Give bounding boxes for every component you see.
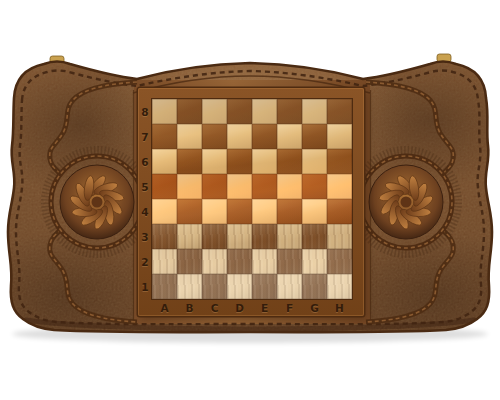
square-a5[interactable] (152, 174, 177, 199)
square-d6[interactable] (227, 149, 252, 174)
chessboard (152, 99, 352, 299)
square-g5[interactable] (302, 174, 327, 199)
file-label-b: B (177, 299, 202, 316)
square-d7[interactable] (227, 124, 252, 149)
square-a7[interactable] (152, 124, 177, 149)
square-a2[interactable] (152, 249, 177, 274)
square-c5[interactable] (202, 174, 227, 199)
square-e2[interactable] (252, 249, 277, 274)
square-a3[interactable] (152, 224, 177, 249)
file-label-d: D (227, 299, 252, 316)
square-f2[interactable] (277, 249, 302, 274)
rank-label-5: 5 (138, 174, 152, 199)
square-e4[interactable] (252, 199, 277, 224)
chessboard-frame: 87654321 ABCDEFGH (138, 88, 364, 316)
square-h4[interactable] (327, 199, 352, 224)
square-e6[interactable] (252, 149, 277, 174)
square-d5[interactable] (227, 174, 252, 199)
square-g4[interactable] (302, 199, 327, 224)
square-f8[interactable] (277, 99, 302, 124)
square-f1[interactable] (277, 274, 302, 299)
product-photo: 87654321 ABCDEFGH (0, 0, 500, 400)
square-h2[interactable] (327, 249, 352, 274)
square-f5[interactable] (277, 174, 302, 199)
square-c8[interactable] (202, 99, 227, 124)
square-h1[interactable] (327, 274, 352, 299)
square-g7[interactable] (302, 124, 327, 149)
square-c1[interactable] (202, 274, 227, 299)
rank-label-6: 6 (138, 149, 152, 174)
file-labels: ABCDEFGH (152, 299, 352, 316)
square-b3[interactable] (177, 224, 202, 249)
square-f4[interactable] (277, 199, 302, 224)
square-c7[interactable] (202, 124, 227, 149)
square-e5[interactable] (252, 174, 277, 199)
square-c2[interactable] (202, 249, 227, 274)
square-e7[interactable] (252, 124, 277, 149)
file-label-e: E (252, 299, 277, 316)
file-label-g: G (302, 299, 327, 316)
square-d8[interactable] (227, 99, 252, 124)
square-g3[interactable] (302, 224, 327, 249)
rank-label-3: 3 (138, 224, 152, 249)
square-g2[interactable] (302, 249, 327, 274)
square-d1[interactable] (227, 274, 252, 299)
square-d3[interactable] (227, 224, 252, 249)
square-a6[interactable] (152, 149, 177, 174)
square-b2[interactable] (177, 249, 202, 274)
rank-label-8: 8 (138, 99, 152, 124)
rank-labels: 87654321 (138, 99, 152, 299)
square-h5[interactable] (327, 174, 352, 199)
square-g8[interactable] (302, 99, 327, 124)
square-b6[interactable] (177, 149, 202, 174)
file-label-f: F (277, 299, 302, 316)
square-f3[interactable] (277, 224, 302, 249)
rank-label-2: 2 (138, 249, 152, 274)
square-c6[interactable] (202, 149, 227, 174)
square-b7[interactable] (177, 124, 202, 149)
square-h3[interactable] (327, 224, 352, 249)
square-e1[interactable] (252, 274, 277, 299)
square-g1[interactable] (302, 274, 327, 299)
square-f7[interactable] (277, 124, 302, 149)
square-a1[interactable] (152, 274, 177, 299)
file-label-h: H (327, 299, 352, 316)
square-e3[interactable] (252, 224, 277, 249)
square-f6[interactable] (277, 149, 302, 174)
square-a8[interactable] (152, 99, 177, 124)
square-h6[interactable] (327, 149, 352, 174)
square-b4[interactable] (177, 199, 202, 224)
rank-label-4: 4 (138, 199, 152, 224)
rank-label-1: 1 (138, 274, 152, 299)
square-g6[interactable] (302, 149, 327, 174)
rank-label-7: 7 (138, 124, 152, 149)
file-label-a: A (152, 299, 177, 316)
square-h7[interactable] (327, 124, 352, 149)
square-d2[interactable] (227, 249, 252, 274)
square-a4[interactable] (152, 199, 177, 224)
square-d4[interactable] (227, 199, 252, 224)
file-label-c: C (202, 299, 227, 316)
square-c4[interactable] (202, 199, 227, 224)
square-e8[interactable] (252, 99, 277, 124)
square-c3[interactable] (202, 224, 227, 249)
square-b8[interactable] (177, 99, 202, 124)
square-h8[interactable] (327, 99, 352, 124)
square-b5[interactable] (177, 174, 202, 199)
square-b1[interactable] (177, 274, 202, 299)
